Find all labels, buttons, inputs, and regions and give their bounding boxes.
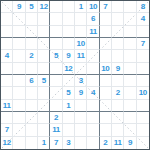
- cell-r2c8[interactable]: 6: [87, 13, 99, 25]
- cell-r5c12[interactable]: [137, 50, 149, 62]
- cell-r11c5[interactable]: 11: [50, 124, 62, 136]
- cell-r10c3[interactable]: [26, 112, 38, 124]
- cell-r9c5[interactable]: [50, 100, 62, 112]
- cell-r10c12[interactable]: [137, 112, 149, 124]
- cell-r6c11[interactable]: [124, 63, 136, 75]
- cell-r6c1[interactable]: [1, 63, 13, 75]
- cell-r10c7[interactable]: [75, 112, 87, 124]
- cell-r11c4[interactable]: [38, 124, 50, 136]
- cell-r11c12[interactable]: [137, 124, 149, 136]
- cell-r5c8[interactable]: [87, 50, 99, 62]
- cell-r4c12[interactable]: 7: [137, 38, 149, 50]
- cell-r10c1[interactable]: [1, 112, 13, 124]
- cell-r3c6[interactable]: [63, 26, 75, 38]
- cell-r5c7[interactable]: 11: [75, 50, 87, 62]
- cell-r1c6[interactable]: [63, 1, 75, 13]
- cell-r3c8[interactable]: 11: [87, 26, 99, 38]
- cell-r5c3[interactable]: 2: [26, 50, 38, 62]
- cell-r6c10[interactable]: 9: [112, 63, 124, 75]
- cell-r7c4[interactable]: 5: [38, 75, 50, 87]
- cell-r1c2[interactable]: 9: [13, 1, 25, 13]
- cell-r8c4[interactable]: [38, 87, 50, 99]
- cell-r5c6[interactable]: 9: [63, 50, 75, 62]
- cell-r6c2[interactable]: [13, 63, 25, 75]
- cell-r3c11[interactable]: [124, 26, 136, 38]
- cell-r11c6[interactable]: [63, 124, 75, 136]
- cell-r4c4[interactable]: [38, 38, 50, 50]
- cell-r1c3[interactable]: 5: [26, 1, 38, 13]
- cell-r2c10[interactable]: [112, 13, 124, 25]
- cell-r7c6[interactable]: [63, 75, 75, 87]
- cell-r5c4[interactable]: [38, 50, 50, 62]
- cell-r2c7[interactable]: [75, 13, 87, 25]
- cell-r3c12[interactable]: [137, 26, 149, 38]
- cell-r6c7[interactable]: [75, 63, 87, 75]
- cell-r8c8[interactable]: 4: [87, 87, 99, 99]
- cell-r2c11[interactable]: [124, 13, 136, 25]
- cell-r7c5[interactable]: [50, 75, 62, 87]
- cell-r4c11[interactable]: [124, 38, 136, 50]
- cell-r7c11[interactable]: [124, 75, 136, 87]
- cell-r3c3[interactable]: [26, 26, 38, 38]
- cell-r11c2[interactable]: [13, 124, 25, 136]
- cell-r6c4[interactable]: [38, 63, 50, 75]
- cell-r12c3[interactable]: [26, 137, 38, 149]
- cell-r11c8[interactable]: [87, 124, 99, 136]
- cell-r12c12[interactable]: [137, 137, 149, 149]
- cell-r10c5[interactable]: 2: [50, 112, 62, 124]
- cell-r5c5[interactable]: 5: [50, 50, 62, 62]
- cell-r7c7[interactable]: 3: [75, 75, 87, 87]
- cell-r8c3[interactable]: [26, 87, 38, 99]
- cell-r3c10[interactable]: [112, 26, 124, 38]
- cell-r3c1[interactable]: [1, 26, 13, 38]
- cell-r9c7[interactable]: [75, 100, 87, 112]
- cell-r12c9[interactable]: 2: [100, 137, 112, 149]
- cell-r4c1[interactable]: [1, 38, 13, 50]
- cell-r3c2[interactable]: [13, 26, 25, 38]
- cell-r3c9[interactable]: [100, 26, 112, 38]
- cell-r6c3[interactable]: [26, 63, 38, 75]
- cell-r12c10[interactable]: 11: [112, 137, 124, 149]
- cell-r11c11[interactable]: [124, 124, 136, 136]
- cell-r8c10[interactable]: 2: [112, 87, 124, 99]
- cell-r8c6[interactable]: 5: [63, 87, 75, 99]
- cell-r7c9[interactable]: [100, 75, 112, 87]
- cell-r11c1[interactable]: 7: [1, 124, 13, 136]
- cell-r1c9[interactable]: 7: [100, 1, 112, 13]
- cell-r4c3[interactable]: [26, 38, 38, 50]
- cell-r4c6[interactable]: [63, 38, 75, 50]
- cell-r4c9[interactable]: [100, 38, 112, 50]
- sudoku-board: 9512110786411107425911121096535942101112…: [0, 0, 150, 150]
- cell-r5c10[interactable]: [112, 50, 124, 62]
- cell-r11c7[interactable]: [75, 124, 87, 136]
- cell-r9c8[interactable]: [87, 100, 99, 112]
- cell-r1c11[interactable]: [124, 1, 136, 13]
- cell-r10c10[interactable]: [112, 112, 124, 124]
- cell-r9c11[interactable]: [124, 100, 136, 112]
- cell-r6c6[interactable]: 12: [63, 63, 75, 75]
- cell-r4c8[interactable]: [87, 38, 99, 50]
- cell-r7c2[interactable]: [13, 75, 25, 87]
- cell-r1c12[interactable]: 8: [137, 1, 149, 13]
- cell-r1c10[interactable]: [112, 1, 124, 13]
- cell-r1c4[interactable]: 12: [38, 1, 50, 13]
- cell-r10c6[interactable]: [63, 112, 75, 124]
- cell-r4c7[interactable]: 10: [75, 38, 87, 50]
- cell-r8c1[interactable]: [1, 87, 13, 99]
- cell-r9c12[interactable]: [137, 100, 149, 112]
- cell-r5c2[interactable]: [13, 50, 25, 62]
- cell-r9c2[interactable]: [13, 100, 25, 112]
- cell-r12c6[interactable]: 3: [63, 137, 75, 149]
- cell-r12c11[interactable]: 9: [124, 137, 136, 149]
- cell-r6c9[interactable]: 10: [100, 63, 112, 75]
- cell-r2c4[interactable]: [38, 13, 50, 25]
- cell-r12c1[interactable]: 12: [1, 137, 13, 149]
- cell-r11c10[interactable]: [112, 124, 124, 136]
- cell-r12c5[interactable]: 7: [50, 137, 62, 149]
- cell-r6c8[interactable]: [87, 63, 99, 75]
- cell-r5c1[interactable]: 4: [1, 50, 13, 62]
- cell-r1c8[interactable]: 10: [87, 1, 99, 13]
- cell-r11c9[interactable]: [100, 124, 112, 136]
- cell-r2c6[interactable]: [63, 13, 75, 25]
- cell-r5c11[interactable]: [124, 50, 136, 62]
- cell-r10c4[interactable]: [38, 112, 50, 124]
- cell-r12c4[interactable]: 1: [38, 137, 50, 149]
- cell-r12c8[interactable]: [87, 137, 99, 149]
- cell-r10c8[interactable]: [87, 112, 99, 124]
- cell-r1c5[interactable]: [50, 1, 62, 13]
- cell-r8c9[interactable]: [100, 87, 112, 99]
- cell-r12c7[interactable]: [75, 137, 87, 149]
- cell-r4c5[interactable]: [50, 38, 62, 50]
- cell-r3c4[interactable]: [38, 26, 50, 38]
- cell-r10c2[interactable]: [13, 112, 25, 124]
- cell-r9c10[interactable]: [112, 100, 124, 112]
- cell-r11c3[interactable]: [26, 124, 38, 136]
- cell-r7c1[interactable]: [1, 75, 13, 87]
- cell-r2c12[interactable]: 4: [137, 13, 149, 25]
- cell-r8c11[interactable]: [124, 87, 136, 99]
- cell-r9c3[interactable]: [26, 100, 38, 112]
- cell-r9c1[interactable]: 11: [1, 100, 13, 112]
- cell-r2c9[interactable]: [100, 13, 112, 25]
- cell-r8c5[interactable]: [50, 87, 62, 99]
- cell-r8c12[interactable]: 10: [137, 87, 149, 99]
- cell-r9c6[interactable]: 1: [63, 100, 75, 112]
- cell-r3c7[interactable]: [75, 26, 87, 38]
- cell-r1c7[interactable]: 1: [75, 1, 87, 13]
- cell-r6c5[interactable]: [50, 63, 62, 75]
- cell-r9c9[interactable]: [100, 100, 112, 112]
- cell-r2c5[interactable]: [50, 13, 62, 25]
- cell-r7c8[interactable]: [87, 75, 99, 87]
- cell-r12c2[interactable]: [13, 137, 25, 149]
- cell-r5c9[interactable]: [100, 50, 112, 62]
- cell-r2c3[interactable]: [26, 13, 38, 25]
- cell-r1c1[interactable]: [1, 1, 13, 13]
- cell-r7c12[interactable]: [137, 75, 149, 87]
- cell-r2c1[interactable]: [1, 13, 13, 25]
- cell-r8c2[interactable]: [13, 87, 25, 99]
- cell-r10c9[interactable]: [100, 112, 112, 124]
- cell-r9c4[interactable]: [38, 100, 50, 112]
- cell-r7c3[interactable]: 6: [26, 75, 38, 87]
- cell-r4c10[interactable]: [112, 38, 124, 50]
- cell-r6c12[interactable]: [137, 63, 149, 75]
- cell-r3c5[interactable]: [50, 26, 62, 38]
- cell-r2c2[interactable]: [13, 13, 25, 25]
- cell-r8c7[interactable]: 9: [75, 87, 87, 99]
- cell-r10c11[interactable]: [124, 112, 136, 124]
- cell-r7c10[interactable]: [112, 75, 124, 87]
- cell-r4c2[interactable]: [13, 38, 25, 50]
